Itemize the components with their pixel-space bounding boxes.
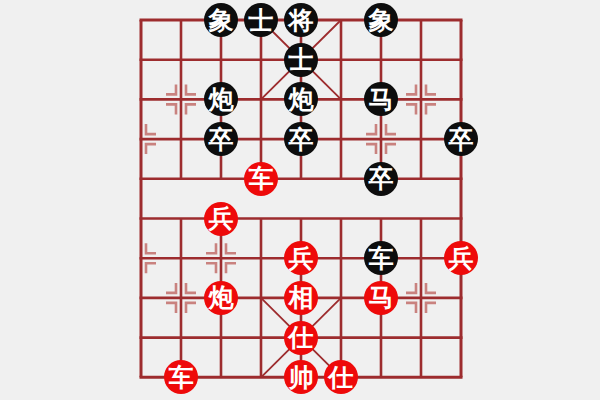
piece-black-general[interactable]: 将 (284, 3, 318, 37)
point-marker (426, 303, 436, 313)
point-marker (206, 243, 216, 253)
piece-black-soldier[interactable]: 卒 (284, 122, 318, 156)
point-marker (406, 303, 416, 313)
point-marker (426, 283, 436, 293)
point-marker (386, 144, 396, 154)
point-marker (186, 84, 196, 94)
point-marker (406, 84, 416, 94)
piece-black-soldier[interactable]: 卒 (364, 162, 398, 196)
xiangqi-board[interactable]: 象士将象士炮炮马卒卒卒卒车车兵兵兵炮相马仕车帅仕 (121, 0, 481, 397)
point-marker (166, 303, 176, 313)
piece-black-soldier[interactable]: 卒 (444, 122, 478, 156)
piece-red-chariot[interactable]: 车 (164, 360, 198, 394)
point-marker (386, 124, 396, 134)
point-marker (146, 263, 156, 273)
point-marker (406, 104, 416, 114)
point-marker (186, 283, 196, 293)
piece-red-soldier[interactable]: 兵 (284, 241, 318, 275)
piece-black-elephant[interactable]: 象 (364, 3, 398, 37)
piece-black-cannon[interactable]: 炮 (204, 82, 238, 116)
point-marker (226, 243, 236, 253)
piece-black-chariot[interactable]: 车 (364, 241, 398, 275)
point-marker (166, 104, 176, 114)
point-marker (226, 263, 236, 273)
piece-black-elephant[interactable]: 象 (204, 3, 238, 37)
point-marker (206, 263, 216, 273)
piece-red-chariot[interactable]: 车 (244, 162, 278, 196)
point-marker (146, 144, 156, 154)
piece-red-advisor[interactable]: 仕 (284, 321, 318, 355)
point-marker (426, 84, 436, 94)
piece-red-soldier[interactable]: 兵 (204, 202, 238, 236)
point-marker (166, 283, 176, 293)
piece-black-advisor[interactable]: 士 (284, 43, 318, 77)
piece-black-horse[interactable]: 马 (364, 82, 398, 116)
piece-red-advisor[interactable]: 仕 (324, 360, 358, 394)
piece-red-elephant[interactable]: 相 (284, 281, 318, 315)
point-marker (366, 124, 376, 134)
piece-red-soldier[interactable]: 兵 (444, 241, 478, 275)
app-background: { "game": "xiangqi", "position": { "fen"… (0, 0, 600, 400)
piece-black-soldier[interactable]: 卒 (204, 122, 238, 156)
piece-black-advisor[interactable]: 士 (244, 3, 278, 37)
piece-red-horse[interactable]: 马 (364, 281, 398, 315)
point-marker (166, 84, 176, 94)
point-marker (406, 283, 416, 293)
piece-black-cannon[interactable]: 炮 (284, 82, 318, 116)
point-marker (186, 303, 196, 313)
point-marker (146, 243, 156, 253)
point-marker (366, 144, 376, 154)
piece-red-general[interactable]: 帅 (284, 360, 318, 394)
point-marker (186, 104, 196, 114)
point-marker (426, 104, 436, 114)
point-marker (146, 124, 156, 134)
piece-red-cannon[interactable]: 炮 (204, 281, 238, 315)
